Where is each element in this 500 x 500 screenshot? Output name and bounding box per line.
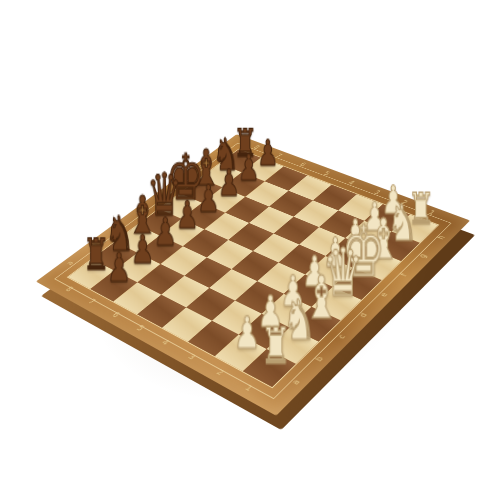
rank-label-left-3: 3 [182, 351, 201, 364]
rank-label-left-8: 8 [60, 284, 77, 295]
rank-label-left-5: 5 [130, 323, 148, 335]
file-label-bottom-a: a [287, 375, 306, 390]
rank-label-right-4: 4 [343, 179, 359, 188]
chessboard-scene: ♜♞♝♛♚♝♞♜♟♟♟♟♟♟♟♟♟♟♟♟♟♟♟♟♜♞♝♛♚♝♞♜ 88aa77b… [98, 96, 408, 406]
rank-label-left-1: 1 [238, 382, 258, 396]
piece-white-rook[interactable]: ♜ [237, 321, 316, 371]
rank-label-left-4: 4 [156, 337, 174, 349]
square-a1[interactable]: ♜ [243, 349, 296, 387]
piece-black-pawn[interactable]: ♟ [84, 248, 155, 288]
rank-label-left-6: 6 [106, 309, 124, 321]
chess-board: ♜♞♝♛♚♝♞♜♟♟♟♟♟♟♟♟♟♟♟♟♟♟♟♟♜♞♝♛♚♝♞♜ 88aa77b… [36, 134, 470, 415]
photo-canvas: ♜♞♝♛♚♝♞♜♟♟♟♟♟♟♟♟♟♟♟♟♟♟♟♟♜♞♝♛♚♝♞♜ 88aa77b… [0, 0, 500, 500]
rank-label-left-7: 7 [83, 297, 100, 308]
scene-tilt: ♜♞♝♛♚♝♞♜♟♟♟♟♟♟♟♟♟♟♟♟♟♟♟♟♜♞♝♛♚♝♞♜ 88aa77b… [78, 76, 428, 426]
rank-label-right-5: 5 [318, 170, 334, 178]
rank-label-left-2: 2 [209, 366, 228, 379]
board-grid: ♜♞♝♛♚♝♞♜♟♟♟♟♟♟♟♟♟♟♟♟♟♟♟♟♜♞♝♛♚♝♞♜ [67, 149, 440, 389]
